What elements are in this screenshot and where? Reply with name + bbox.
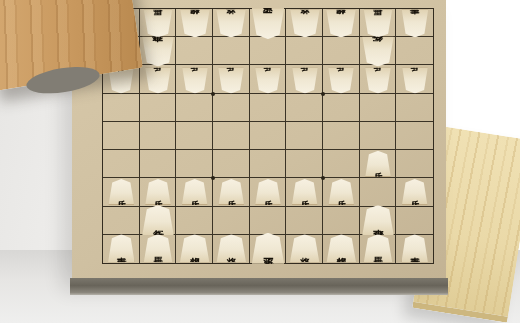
piece-pawn-9g[interactable]: 歩兵 [108,179,134,205]
board-square[interactable] [213,122,250,150]
hoshi-dot [211,176,215,180]
piece-pawn-2c[interactable]: 歩兵 [365,67,391,93]
board-square[interactable] [396,207,433,235]
piece-knight-8a[interactable]: 桂馬 [144,10,173,38]
piece-pawn-3g[interactable]: 歩兵 [328,179,354,205]
piece-pawn-8g[interactable]: 歩兵 [145,179,171,205]
board-square[interactable] [176,122,213,150]
piece-silver-3i[interactable]: 銀将 [326,234,356,262]
piece-gold-4i[interactable]: 金将 [290,234,320,262]
board-square[interactable] [286,37,323,65]
piece-silver-7i[interactable]: 銀将 [180,234,210,262]
board-square[interactable] [360,178,397,206]
piece-king-5i[interactable]: 王将 [252,233,285,264]
board-square[interactable] [360,94,397,122]
board-square[interactable] [396,150,433,178]
board-square[interactable] [103,150,140,178]
board-square[interactable] [176,207,213,235]
hoshi-dot [321,92,325,96]
piece-bishop-8h[interactable]: 角行 [142,205,174,235]
board-square[interactable] [176,150,213,178]
board-square[interactable] [213,150,250,178]
piece-knight-8i[interactable]: 桂馬 [144,234,173,262]
board-square[interactable] [286,122,323,150]
board-square[interactable] [396,122,433,150]
board-square[interactable] [396,37,433,65]
board-square[interactable] [250,207,287,235]
piece-knight-2a[interactable]: 桂馬 [364,10,393,38]
piece-lance-9i[interactable]: 香車 [108,234,135,262]
board-square[interactable] [286,207,323,235]
piece-pawn-2f[interactable]: 歩兵 [365,151,391,177]
piece-pawn-8c[interactable]: 歩兵 [145,67,171,93]
board-square[interactable] [213,207,250,235]
piece-pawn-5g[interactable]: 歩兵 [255,179,281,205]
board-square[interactable] [250,150,287,178]
hoshi-dot [211,92,215,96]
piece-king-5a[interactable]: 玉将 [252,8,285,39]
board-square[interactable] [213,37,250,65]
piece-pawn-7g[interactable]: 歩兵 [182,179,208,205]
board-square[interactable] [323,207,360,235]
piece-pawn-5c[interactable]: 歩兵 [255,67,281,93]
board-square[interactable] [323,122,360,150]
piece-gold-6i[interactable]: 金将 [216,234,246,262]
hoshi-dot [321,176,325,180]
board-grid: 香車桂馬銀将金将玉将金将銀将桂馬香車飛車角行歩兵歩兵歩兵歩兵歩兵歩兵歩兵歩兵歩兵… [102,8,434,264]
board-square[interactable] [103,207,140,235]
board-square[interactable] [323,94,360,122]
board-side-edge [70,278,448,295]
board-square[interactable] [286,150,323,178]
board-square[interactable] [286,94,323,122]
board-square[interactable] [213,94,250,122]
board-square[interactable] [323,150,360,178]
board-square[interactable] [250,37,287,65]
piece-rook-2h[interactable]: 飛車 [362,205,394,235]
piece-knight-2i[interactable]: 桂馬 [364,234,393,262]
board-square[interactable] [103,122,140,150]
board-square[interactable] [323,37,360,65]
board-square[interactable] [176,37,213,65]
board-square[interactable] [250,122,287,150]
board-square[interactable] [103,94,140,122]
board-square[interactable] [360,122,397,150]
board-square[interactable] [176,94,213,122]
board-square[interactable] [140,94,177,122]
piece-pawn-6g[interactable]: 歩兵 [218,179,244,205]
board-square[interactable] [140,150,177,178]
board-square[interactable] [140,122,177,150]
piece-pawn-4g[interactable]: 歩兵 [292,179,318,205]
piece-lance-1i[interactable]: 香車 [401,234,428,262]
board-square[interactable] [396,94,433,122]
board-square[interactable] [250,94,287,122]
piece-pawn-1g[interactable]: 歩兵 [402,179,428,205]
